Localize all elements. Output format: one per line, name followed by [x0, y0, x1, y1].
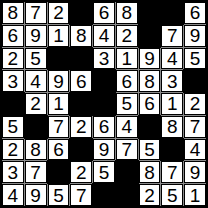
cell-r5c3[interactable]: 1 — [48, 93, 70, 115]
cell-r4c8[interactable]: 3 — [161, 70, 183, 92]
cell-r2c3[interactable]: 1 — [48, 25, 70, 47]
cell-r9c4[interactable]: 7 — [70, 184, 92, 206]
cell-r2c9[interactable]: 9 — [184, 25, 206, 47]
cell-r3c1[interactable]: 2 — [2, 48, 24, 70]
black-cell-r8c6 — [116, 161, 138, 183]
black-cell-r8c3 — [48, 161, 70, 183]
black-cell-r7c4 — [70, 139, 92, 161]
black-cell-r5c1 — [2, 93, 24, 115]
cell-r9c1[interactable]: 4 — [2, 184, 24, 206]
black-cell-r3c4 — [70, 48, 92, 70]
cell-r1c6[interactable]: 8 — [116, 2, 138, 24]
black-cell-r2c7 — [139, 25, 161, 47]
cell-r1c1[interactable]: 8 — [2, 2, 24, 24]
black-cell-r1c4 — [70, 2, 92, 24]
puzzle-board: 8726866918427925319453496683215612572648… — [0, 0, 208, 208]
cell-r1c2[interactable]: 7 — [25, 2, 47, 24]
cell-r3c2[interactable]: 5 — [25, 48, 47, 70]
black-cell-r7c8 — [161, 139, 183, 161]
cell-r7c7[interactable]: 5 — [139, 139, 161, 161]
cell-r3c8[interactable]: 4 — [161, 48, 183, 70]
cell-r7c5[interactable]: 9 — [93, 139, 115, 161]
cell-r3c9[interactable]: 5 — [184, 48, 206, 70]
cell-r5c2[interactable]: 2 — [25, 93, 47, 115]
cell-r8c7[interactable]: 8 — [139, 161, 161, 183]
cell-r9c8[interactable]: 5 — [161, 184, 183, 206]
cell-r5c7[interactable]: 6 — [139, 93, 161, 115]
black-cell-r1c8 — [161, 2, 183, 24]
cell-r6c4[interactable]: 2 — [70, 116, 92, 138]
cell-r5c9[interactable]: 2 — [184, 93, 206, 115]
cell-r4c1[interactable]: 3 — [2, 70, 24, 92]
black-cell-r6c7 — [139, 116, 161, 138]
cell-r7c9[interactable]: 4 — [184, 139, 206, 161]
black-cell-r5c4 — [70, 93, 92, 115]
cell-r6c3[interactable]: 7 — [48, 116, 70, 138]
cell-r8c1[interactable]: 3 — [2, 161, 24, 183]
cell-r8c2[interactable]: 7 — [25, 161, 47, 183]
cell-r4c4[interactable]: 6 — [70, 70, 92, 92]
cell-r5c6[interactable]: 5 — [116, 93, 138, 115]
cell-r9c9[interactable]: 1 — [184, 184, 206, 206]
cell-r3c5[interactable]: 3 — [93, 48, 115, 70]
black-cell-r4c5 — [93, 70, 115, 92]
cell-r7c2[interactable]: 8 — [25, 139, 47, 161]
cell-r2c2[interactable]: 9 — [25, 25, 47, 47]
cell-r5c8[interactable]: 1 — [161, 93, 183, 115]
cell-r4c3[interactable]: 9 — [48, 70, 70, 92]
cell-r6c9[interactable]: 7 — [184, 116, 206, 138]
cell-r2c1[interactable]: 6 — [2, 25, 24, 47]
black-cell-r4c9 — [184, 70, 206, 92]
black-cell-r3c3 — [48, 48, 70, 70]
black-cell-r9c6 — [116, 184, 138, 206]
cell-r6c1[interactable]: 5 — [2, 116, 24, 138]
cell-r1c5[interactable]: 6 — [93, 2, 115, 24]
cell-r1c3[interactable]: 2 — [48, 2, 70, 24]
cell-r3c7[interactable]: 9 — [139, 48, 161, 70]
cell-r9c2[interactable]: 9 — [25, 184, 47, 206]
cell-r4c2[interactable]: 4 — [25, 70, 47, 92]
cell-r2c6[interactable]: 2 — [116, 25, 138, 47]
cell-r6c8[interactable]: 8 — [161, 116, 183, 138]
cell-r3c6[interactable]: 1 — [116, 48, 138, 70]
black-cell-r1c7 — [139, 2, 161, 24]
cell-r2c8[interactable]: 7 — [161, 25, 183, 47]
cell-r6c6[interactable]: 4 — [116, 116, 138, 138]
cell-r8c8[interactable]: 7 — [161, 161, 183, 183]
cell-r8c5[interactable]: 5 — [93, 161, 115, 183]
cell-r7c6[interactable]: 7 — [116, 139, 138, 161]
cell-r2c4[interactable]: 8 — [70, 25, 92, 47]
cell-r4c6[interactable]: 6 — [116, 70, 138, 92]
cell-r6c5[interactable]: 6 — [93, 116, 115, 138]
cell-r7c3[interactable]: 6 — [48, 139, 70, 161]
cell-r7c1[interactable]: 2 — [2, 139, 24, 161]
black-cell-r6c2 — [25, 116, 47, 138]
cell-r8c9[interactable]: 9 — [184, 161, 206, 183]
cell-r9c3[interactable]: 5 — [48, 184, 70, 206]
cell-r9c7[interactable]: 2 — [139, 184, 161, 206]
black-cell-r9c5 — [93, 184, 115, 206]
black-cell-r5c5 — [93, 93, 115, 115]
cell-r2c5[interactable]: 4 — [93, 25, 115, 47]
cell-r8c4[interactable]: 2 — [70, 161, 92, 183]
cell-r1c9[interactable]: 6 — [184, 2, 206, 24]
cell-r4c7[interactable]: 8 — [139, 70, 161, 92]
